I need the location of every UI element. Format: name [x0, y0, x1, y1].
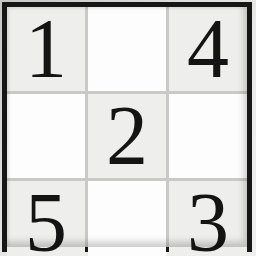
- cell-r1c3[interactable]: 4: [169, 7, 247, 91]
- cell-r2c2[interactable]: 2: [88, 94, 166, 178]
- cell-r1c2[interactable]: [88, 7, 166, 91]
- cell-r2c1[interactable]: [7, 94, 85, 178]
- cell-r2c3[interactable]: [169, 94, 247, 178]
- cell-r3c1[interactable]: 5: [7, 181, 85, 256]
- cell-r3c3[interactable]: 3: [169, 181, 247, 256]
- sudoku-board: 1 4 2 5 3: [2, 2, 252, 252]
- cell-r1c1[interactable]: 1: [7, 7, 85, 91]
- puzzle-stage: 1 4 2 5 3: [0, 0, 256, 256]
- cell-r3c2[interactable]: [88, 181, 166, 256]
